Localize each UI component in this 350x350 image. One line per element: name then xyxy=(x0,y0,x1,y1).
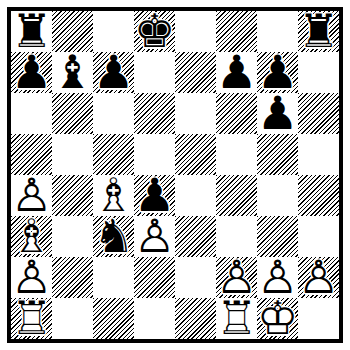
square-f1[interactable]: ♜♖ xyxy=(216,298,257,339)
square-e2[interactable] xyxy=(175,257,216,298)
piece-white-pawn[interactable]: ♟♙ xyxy=(134,216,175,257)
square-b2[interactable] xyxy=(52,257,93,298)
square-d7[interactable] xyxy=(134,52,175,93)
square-h6[interactable] xyxy=(298,93,339,134)
chess-diagram: ♜♜♚♚♜♜♟♟♝♝♟♟♟♟♟♟♟♟♟♙♝♗♟♟♝♗♞♞♟♙♟♙♟♙♟♙♟♙♜♖… xyxy=(7,7,343,343)
square-c2[interactable] xyxy=(93,257,134,298)
square-h8[interactable]: ♜♜ xyxy=(298,11,339,52)
black-bishop-icon: ♝ xyxy=(52,52,93,93)
square-e6[interactable] xyxy=(175,93,216,134)
square-b4[interactable] xyxy=(52,175,93,216)
square-e3[interactable] xyxy=(175,216,216,257)
black-pawn-icon: ♟ xyxy=(216,52,257,93)
square-h7[interactable] xyxy=(298,52,339,93)
square-b5[interactable] xyxy=(52,134,93,175)
square-g6[interactable]: ♟♟ xyxy=(257,93,298,134)
black-king-icon: ♚ xyxy=(134,11,175,52)
chess-board: ♜♜♚♚♜♜♟♟♝♝♟♟♟♟♟♟♟♟♟♙♝♗♟♟♝♗♞♞♟♙♟♙♟♙♟♙♟♙♜♖… xyxy=(11,11,339,339)
square-e8[interactable] xyxy=(175,11,216,52)
square-f7[interactable]: ♟♟ xyxy=(216,52,257,93)
square-c3[interactable]: ♞♞ xyxy=(93,216,134,257)
square-a7[interactable]: ♟♟ xyxy=(11,52,52,93)
piece-black-pawn[interactable]: ♟♟ xyxy=(93,52,134,93)
piece-black-rook[interactable]: ♜♜ xyxy=(298,11,339,52)
square-d6[interactable] xyxy=(134,93,175,134)
square-b1[interactable] xyxy=(52,298,93,339)
piece-white-king[interactable]: ♚♔ xyxy=(257,298,298,339)
white-pawn-icon: ♙ xyxy=(298,257,339,298)
piece-black-pawn[interactable]: ♟♟ xyxy=(216,52,257,93)
square-e7[interactable] xyxy=(175,52,216,93)
square-b6[interactable] xyxy=(52,93,93,134)
square-c7[interactable]: ♟♟ xyxy=(93,52,134,93)
white-rook-icon: ♖ xyxy=(216,298,257,339)
piece-black-knight[interactable]: ♞♞ xyxy=(93,216,134,257)
white-rook-icon: ♖ xyxy=(11,298,52,339)
black-pawn-icon: ♟ xyxy=(11,52,52,93)
square-e1[interactable] xyxy=(175,298,216,339)
square-d1[interactable] xyxy=(134,298,175,339)
square-f4[interactable] xyxy=(216,175,257,216)
square-f5[interactable] xyxy=(216,134,257,175)
square-h2[interactable]: ♟♙ xyxy=(298,257,339,298)
square-g5[interactable] xyxy=(257,134,298,175)
piece-white-pawn[interactable]: ♟♙ xyxy=(298,257,339,298)
board-frame: ♜♜♚♚♜♜♟♟♝♝♟♟♟♟♟♟♟♟♟♙♝♗♟♟♝♗♞♞♟♙♟♙♟♙♟♙♟♙♜♖… xyxy=(7,7,343,343)
square-g1[interactable]: ♚♔ xyxy=(257,298,298,339)
piece-white-rook[interactable]: ♜♖ xyxy=(11,298,52,339)
square-b3[interactable] xyxy=(52,216,93,257)
square-h4[interactable] xyxy=(298,175,339,216)
black-pawn-icon: ♟ xyxy=(257,93,298,134)
square-f6[interactable] xyxy=(216,93,257,134)
piece-black-king[interactable]: ♚♚ xyxy=(134,11,175,52)
square-a6[interactable] xyxy=(11,93,52,134)
piece-black-bishop[interactable]: ♝♝ xyxy=(52,52,93,93)
square-c1[interactable] xyxy=(93,298,134,339)
square-d2[interactable] xyxy=(134,257,175,298)
square-b7[interactable]: ♝♝ xyxy=(52,52,93,93)
square-d8[interactable]: ♚♚ xyxy=(134,11,175,52)
piece-white-rook[interactable]: ♜♖ xyxy=(216,298,257,339)
square-c6[interactable] xyxy=(93,93,134,134)
square-e5[interactable] xyxy=(175,134,216,175)
square-g4[interactable] xyxy=(257,175,298,216)
square-h5[interactable] xyxy=(298,134,339,175)
black-knight-icon: ♞ xyxy=(93,216,134,257)
square-a1[interactable]: ♜♖ xyxy=(11,298,52,339)
black-rook-icon: ♜ xyxy=(298,11,339,52)
black-pawn-icon: ♟ xyxy=(93,52,134,93)
piece-black-pawn[interactable]: ♟♟ xyxy=(257,93,298,134)
white-king-icon: ♔ xyxy=(257,298,298,339)
square-d3[interactable]: ♟♙ xyxy=(134,216,175,257)
square-h1[interactable] xyxy=(298,298,339,339)
white-pawn-icon: ♙ xyxy=(134,216,175,257)
piece-black-pawn[interactable]: ♟♟ xyxy=(11,52,52,93)
square-e4[interactable] xyxy=(175,175,216,216)
